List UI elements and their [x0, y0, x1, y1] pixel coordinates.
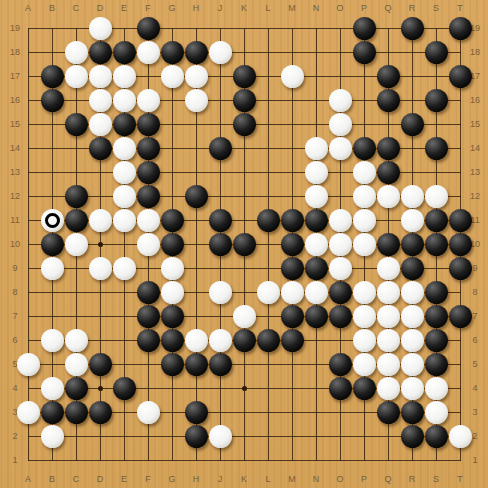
stone-black-B10 — [41, 233, 64, 256]
stone-black-C4 — [65, 377, 88, 400]
stone-black-B17 — [41, 65, 64, 88]
stone-white-G8 — [161, 281, 184, 304]
stone-black-M7 — [281, 305, 304, 328]
stone-white-B9 — [41, 257, 64, 280]
stone-black-K17 — [233, 65, 256, 88]
coord-label-left-19: 19 — [10, 23, 20, 33]
stone-white-E16 — [113, 89, 136, 112]
coord-label-top-S: S — [433, 3, 439, 13]
coord-label-right-2: 2 — [472, 431, 477, 441]
coord-label-bottom-K: K — [241, 474, 247, 484]
stone-white-R7 — [401, 305, 424, 328]
stone-white-Q12 — [377, 185, 400, 208]
coord-label-top-B: B — [49, 3, 55, 13]
stone-black-B16 — [41, 89, 64, 112]
coord-label-top-L: L — [265, 3, 270, 13]
stone-white-S3 — [425, 401, 448, 424]
stone-white-M17 — [281, 65, 304, 88]
stone-white-J18 — [209, 41, 232, 64]
stone-black-Q3 — [377, 401, 400, 424]
stone-white-E14 — [113, 137, 136, 160]
coord-label-right-15: 15 — [470, 119, 480, 129]
coord-label-left-6: 6 — [12, 335, 17, 345]
coord-label-bottom-T: T — [457, 474, 463, 484]
stone-black-L11 — [257, 209, 280, 232]
stone-white-P6 — [353, 329, 376, 352]
stone-black-S16 — [425, 89, 448, 112]
stone-white-Q7 — [377, 305, 400, 328]
coord-label-top-Q: Q — [384, 3, 391, 13]
coord-label-right-3: 3 — [472, 407, 477, 417]
coord-label-left-16: 16 — [10, 95, 20, 105]
stone-white-F10 — [137, 233, 160, 256]
stone-white-F18 — [137, 41, 160, 64]
coord-label-top-O: O — [336, 3, 343, 13]
stone-black-S2 — [425, 425, 448, 448]
stone-black-H3 — [185, 401, 208, 424]
stone-black-M11 — [281, 209, 304, 232]
stone-black-M9 — [281, 257, 304, 280]
stone-black-F15 — [137, 113, 160, 136]
stone-white-F16 — [137, 89, 160, 112]
stone-black-C3 — [65, 401, 88, 424]
stone-white-Q5 — [377, 353, 400, 376]
stone-black-F12 — [137, 185, 160, 208]
coord-label-left-12: 12 — [10, 191, 20, 201]
coord-label-left-18: 18 — [10, 47, 20, 57]
stone-black-O5 — [329, 353, 352, 376]
stone-black-O4 — [329, 377, 352, 400]
stone-white-E9 — [113, 257, 136, 280]
stone-black-R9 — [401, 257, 424, 280]
stone-white-G9 — [161, 257, 184, 280]
coord-label-bottom-D: D — [97, 474, 104, 484]
coord-label-top-P: P — [361, 3, 367, 13]
stone-white-P8 — [353, 281, 376, 304]
coord-label-right-12: 12 — [470, 191, 480, 201]
stone-white-Q8 — [377, 281, 400, 304]
stone-white-D19 — [89, 17, 112, 40]
coord-label-right-1: 1 — [472, 455, 477, 465]
stone-black-P18 — [353, 41, 376, 64]
stone-black-F6 — [137, 329, 160, 352]
stone-black-S8 — [425, 281, 448, 304]
coord-label-top-M: M — [288, 3, 296, 13]
stone-white-G17 — [161, 65, 184, 88]
stone-white-S4 — [425, 377, 448, 400]
coord-label-top-H: H — [193, 3, 200, 13]
stone-white-P12 — [353, 185, 376, 208]
stone-white-H6 — [185, 329, 208, 352]
stone-white-O15 — [329, 113, 352, 136]
stone-black-J11 — [209, 209, 232, 232]
stone-white-P7 — [353, 305, 376, 328]
stone-white-N8 — [305, 281, 328, 304]
coord-label-top-D: D — [97, 3, 104, 13]
stone-black-K6 — [233, 329, 256, 352]
coord-label-left-15: 15 — [10, 119, 20, 129]
coord-label-left-9: 9 — [12, 263, 17, 273]
stone-black-N9 — [305, 257, 328, 280]
coord-label-bottom-L: L — [265, 474, 270, 484]
stone-black-F8 — [137, 281, 160, 304]
stone-black-G18 — [161, 41, 184, 64]
stone-white-R5 — [401, 353, 424, 376]
stone-black-R15 — [401, 113, 424, 136]
stone-white-R11 — [401, 209, 424, 232]
stone-black-G6 — [161, 329, 184, 352]
coord-label-left-13: 13 — [10, 167, 20, 177]
stone-white-A5 — [17, 353, 40, 376]
stone-black-Q10 — [377, 233, 400, 256]
stone-black-Q13 — [377, 161, 400, 184]
stone-white-C6 — [65, 329, 88, 352]
stone-black-E4 — [113, 377, 136, 400]
coord-label-top-K: K — [241, 3, 247, 13]
stone-white-R12 — [401, 185, 424, 208]
stone-white-K7 — [233, 305, 256, 328]
coord-label-bottom-N: N — [313, 474, 320, 484]
stone-white-S12 — [425, 185, 448, 208]
stone-white-A3 — [17, 401, 40, 424]
stone-white-H16 — [185, 89, 208, 112]
stone-black-C12 — [65, 185, 88, 208]
stone-white-B4 — [41, 377, 64, 400]
coord-label-right-8: 8 — [472, 287, 477, 297]
coord-label-left-14: 14 — [10, 143, 20, 153]
stone-black-L6 — [257, 329, 280, 352]
coord-label-right-11: 11 — [470, 215, 479, 225]
coord-label-bottom-C: C — [73, 474, 80, 484]
stone-black-C15 — [65, 113, 88, 136]
stone-black-E15 — [113, 113, 136, 136]
stone-black-H2 — [185, 425, 208, 448]
coord-label-right-5: 5 — [472, 359, 477, 369]
stone-white-D17 — [89, 65, 112, 88]
coord-label-bottom-G: G — [168, 474, 175, 484]
stone-black-O7 — [329, 305, 352, 328]
stone-white-R6 — [401, 329, 424, 352]
stone-white-C17 — [65, 65, 88, 88]
stone-white-P5 — [353, 353, 376, 376]
stone-white-R8 — [401, 281, 424, 304]
stone-white-Q4 — [377, 377, 400, 400]
stone-black-C11 — [65, 209, 88, 232]
coord-label-bottom-H: H — [193, 474, 200, 484]
coord-label-left-17: 17 — [10, 71, 20, 81]
stone-white-B11 — [41, 209, 64, 232]
stone-white-F11 — [137, 209, 160, 232]
stone-black-Q16 — [377, 89, 400, 112]
stone-black-J14 — [209, 137, 232, 160]
coord-label-left-7: 7 — [12, 311, 17, 321]
star-point-D10 — [98, 242, 103, 247]
stone-white-M8 — [281, 281, 304, 304]
stone-black-N11 — [305, 209, 328, 232]
go-board-screenshot: AABBCCDDEEFFGGHHJJKKLLMMNNOOPPQQRRSSTT19… — [0, 0, 488, 488]
stone-white-E12 — [113, 185, 136, 208]
stone-black-J10 — [209, 233, 232, 256]
stone-white-N14 — [305, 137, 328, 160]
stone-black-P4 — [353, 377, 376, 400]
stone-white-T2 — [449, 425, 472, 448]
coord-label-right-16: 16 — [470, 95, 480, 105]
stone-black-R2 — [401, 425, 424, 448]
stone-black-T9 — [449, 257, 472, 280]
stone-black-F13 — [137, 161, 160, 184]
go-board[interactable]: AABBCCDDEEFFGGHHJJKKLLMMNNOOPPQQRRSSTT19… — [0, 0, 488, 488]
coord-label-top-F: F — [145, 3, 151, 13]
stone-white-D16 — [89, 89, 112, 112]
stone-black-Q14 — [377, 137, 400, 160]
stone-white-D15 — [89, 113, 112, 136]
stone-white-Q9 — [377, 257, 400, 280]
stone-black-H18 — [185, 41, 208, 64]
stone-black-H5 — [185, 353, 208, 376]
coord-label-top-T: T — [457, 3, 463, 13]
stone-white-C18 — [65, 41, 88, 64]
stone-white-C10 — [65, 233, 88, 256]
stone-black-K16 — [233, 89, 256, 112]
coord-label-top-G: G — [168, 3, 175, 13]
coord-label-bottom-M: M — [288, 474, 296, 484]
stone-black-F14 — [137, 137, 160, 160]
stone-black-O8 — [329, 281, 352, 304]
coord-label-top-J: J — [218, 3, 223, 13]
stone-white-O11 — [329, 209, 352, 232]
stone-black-S5 — [425, 353, 448, 376]
coord-label-right-6: 6 — [472, 335, 477, 345]
stone-white-J6 — [209, 329, 232, 352]
stone-black-E18 — [113, 41, 136, 64]
stone-black-F7 — [137, 305, 160, 328]
stone-black-S11 — [425, 209, 448, 232]
coord-label-bottom-F: F — [145, 474, 151, 484]
coord-label-bottom-E: E — [121, 474, 127, 484]
stone-white-E11 — [113, 209, 136, 232]
stone-black-B3 — [41, 401, 64, 424]
coord-label-top-N: N — [313, 3, 320, 13]
stone-white-P10 — [353, 233, 376, 256]
coord-label-top-C: C — [73, 3, 80, 13]
stone-black-G7 — [161, 305, 184, 328]
stone-black-G10 — [161, 233, 184, 256]
stone-black-N7 — [305, 305, 328, 328]
stone-black-J5 — [209, 353, 232, 376]
coord-label-bottom-Q: Q — [384, 474, 391, 484]
coord-label-bottom-A: A — [25, 474, 31, 484]
stone-white-D11 — [89, 209, 112, 232]
star-point-D4 — [98, 386, 103, 391]
stone-black-T7 — [449, 305, 472, 328]
stone-black-R3 — [401, 401, 424, 424]
stone-white-E17 — [113, 65, 136, 88]
stone-black-T10 — [449, 233, 472, 256]
stone-black-K15 — [233, 113, 256, 136]
coord-label-bottom-B: B — [49, 474, 55, 484]
star-point-K4 — [242, 386, 247, 391]
stone-black-P19 — [353, 17, 376, 40]
stone-black-D14 — [89, 137, 112, 160]
stone-white-N10 — [305, 233, 328, 256]
stone-white-N12 — [305, 185, 328, 208]
coord-label-right-4: 4 — [472, 383, 477, 393]
stone-black-K10 — [233, 233, 256, 256]
stone-black-D5 — [89, 353, 112, 376]
coord-label-left-10: 10 — [10, 239, 20, 249]
stone-black-P14 — [353, 137, 376, 160]
coord-label-bottom-R: R — [409, 474, 416, 484]
coord-label-right-9: 9 — [472, 263, 477, 273]
stone-white-B6 — [41, 329, 64, 352]
stone-black-M6 — [281, 329, 304, 352]
coord-label-top-R: R — [409, 3, 416, 13]
stone-white-O10 — [329, 233, 352, 256]
stone-white-O14 — [329, 137, 352, 160]
stone-white-P11 — [353, 209, 376, 232]
stone-white-L8 — [257, 281, 280, 304]
stone-black-T19 — [449, 17, 472, 40]
coord-label-bottom-S: S — [433, 474, 439, 484]
stone-black-T11 — [449, 209, 472, 232]
coord-label-right-7: 7 — [472, 311, 477, 321]
coord-label-left-11: 11 — [10, 215, 19, 225]
coord-label-bottom-J: J — [218, 474, 223, 484]
stone-white-Q6 — [377, 329, 400, 352]
coord-label-left-4: 4 — [12, 383, 17, 393]
stone-black-G5 — [161, 353, 184, 376]
stone-black-D3 — [89, 401, 112, 424]
stone-white-H17 — [185, 65, 208, 88]
coord-label-left-1: 1 — [12, 455, 17, 465]
stone-white-B2 — [41, 425, 64, 448]
stone-black-S6 — [425, 329, 448, 352]
coord-label-right-13: 13 — [470, 167, 480, 177]
coord-label-bottom-P: P — [361, 474, 367, 484]
stone-black-H12 — [185, 185, 208, 208]
stone-white-P13 — [353, 161, 376, 184]
stone-black-S10 — [425, 233, 448, 256]
stone-black-G11 — [161, 209, 184, 232]
stone-black-S18 — [425, 41, 448, 64]
stone-black-F19 — [137, 17, 160, 40]
stone-black-S14 — [425, 137, 448, 160]
coord-label-right-14: 14 — [470, 143, 480, 153]
stone-black-D18 — [89, 41, 112, 64]
coord-label-top-A: A — [25, 3, 31, 13]
stone-black-S7 — [425, 305, 448, 328]
coord-label-left-2: 2 — [12, 431, 17, 441]
coord-label-right-18: 18 — [470, 47, 480, 57]
stone-white-O9 — [329, 257, 352, 280]
stone-white-N13 — [305, 161, 328, 184]
last-move-marker — [45, 213, 60, 228]
stone-white-J8 — [209, 281, 232, 304]
stone-black-R10 — [401, 233, 424, 256]
stone-white-F3 — [137, 401, 160, 424]
stone-black-T17 — [449, 65, 472, 88]
stone-black-M10 — [281, 233, 304, 256]
stone-white-R4 — [401, 377, 424, 400]
stone-white-C5 — [65, 353, 88, 376]
stone-white-O16 — [329, 89, 352, 112]
stone-black-Q17 — [377, 65, 400, 88]
coord-label-bottom-O: O — [336, 474, 343, 484]
stone-white-E13 — [113, 161, 136, 184]
coord-label-left-8: 8 — [12, 287, 17, 297]
stone-white-J2 — [209, 425, 232, 448]
stone-white-D9 — [89, 257, 112, 280]
stone-black-R19 — [401, 17, 424, 40]
coord-label-top-E: E — [121, 3, 127, 13]
